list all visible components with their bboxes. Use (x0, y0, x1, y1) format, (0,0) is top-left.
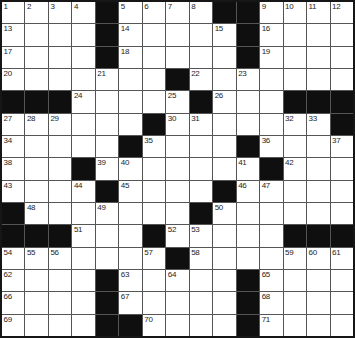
white-cell-r2c15[interactable] (331, 24, 353, 45)
white-cell-r15c15[interactable] (331, 315, 353, 336)
white-cell-r2c12[interactable]: 16 (260, 24, 282, 45)
clue-number-47: 47 (262, 181, 270, 190)
white-cell-r10c6[interactable] (119, 203, 141, 224)
clue-number-53: 53 (191, 225, 199, 234)
clue-number-69: 69 (4, 315, 12, 324)
white-cell-r3c3[interactable] (49, 47, 71, 68)
clue-number-42: 42 (285, 158, 293, 167)
white-cell-r7c10[interactable] (213, 136, 235, 157)
clue-number-55: 55 (27, 248, 35, 257)
white-cell-r11c10[interactable] (213, 225, 235, 246)
clue-number-15: 15 (215, 24, 223, 33)
clue-number-1: 1 (4, 2, 8, 11)
white-cell-r2c10[interactable]: 15 (213, 24, 235, 45)
white-cell-r12c7[interactable]: 57 (143, 248, 165, 269)
black-cell-r15c6 (119, 315, 141, 336)
white-cell-r6c3[interactable]: 29 (49, 114, 71, 135)
clue-number-28: 28 (27, 114, 35, 123)
black-cell-r5c9 (190, 91, 212, 112)
white-cell-r13c14[interactable] (307, 270, 329, 291)
white-cell-r6c4[interactable] (72, 114, 94, 135)
clue-number-14: 14 (121, 24, 129, 33)
white-cell-r8c15[interactable] (331, 158, 353, 179)
clue-number-44: 44 (74, 181, 82, 190)
clue-number-40: 40 (121, 158, 129, 167)
clue-number-35: 35 (144, 136, 152, 145)
white-cell-r12c10[interactable] (213, 248, 235, 269)
clue-number-48: 48 (27, 203, 35, 212)
white-cell-r1c9[interactable]: 8 (190, 2, 212, 23)
white-cell-r12c5[interactable] (96, 248, 118, 269)
black-cell-r1c5 (96, 2, 118, 23)
clue-number-29: 29 (50, 114, 58, 123)
white-cell-r4c13[interactable] (284, 69, 306, 90)
black-cell-r11c7 (143, 225, 165, 246)
white-cell-r1c14[interactable]: 11 (307, 2, 329, 23)
white-cell-r6c1[interactable]: 27 (2, 114, 24, 135)
white-cell-r8c11[interactable]: 41 (237, 158, 259, 179)
white-cell-r9c15[interactable] (331, 181, 353, 202)
clue-number-8: 8 (191, 2, 195, 11)
white-cell-r11c4[interactable]: 51 (72, 225, 94, 246)
white-cell-r5c11[interactable] (237, 91, 259, 112)
white-cell-r12c2[interactable]: 55 (25, 248, 47, 269)
black-cell-r15c5 (96, 315, 118, 336)
white-cell-r13c3[interactable] (49, 270, 71, 291)
black-cell-r1c11 (237, 2, 259, 23)
white-cell-r6c6[interactable] (119, 114, 141, 135)
white-cell-r6c14[interactable]: 33 (307, 114, 329, 135)
white-cell-r6c13[interactable]: 32 (284, 114, 306, 135)
white-cell-r10c13[interactable] (284, 203, 306, 224)
white-cell-r14c3[interactable] (49, 292, 71, 313)
white-cell-r3c12[interactable]: 19 (260, 47, 282, 68)
white-cell-r9c2[interactable] (25, 181, 47, 202)
black-cell-r7c11 (237, 136, 259, 157)
white-cell-r6c12[interactable] (260, 114, 282, 135)
white-cell-r4c15[interactable] (331, 69, 353, 90)
white-cell-r10c4[interactable] (72, 203, 94, 224)
white-cell-r9c3[interactable] (49, 181, 71, 202)
white-cell-r13c13[interactable] (284, 270, 306, 291)
white-cell-r2c1[interactable]: 13 (2, 24, 24, 45)
clue-number-64: 64 (168, 270, 176, 279)
clue-number-24: 24 (74, 91, 82, 100)
black-cell-r15c11 (237, 315, 259, 336)
clue-number-13: 13 (4, 24, 12, 33)
white-cell-r2c3[interactable] (49, 24, 71, 45)
white-cell-r6c2[interactable]: 28 (25, 114, 47, 135)
clue-number-58: 58 (191, 248, 199, 257)
white-cell-r7c5[interactable] (96, 136, 118, 157)
white-cell-r10c14[interactable] (307, 203, 329, 224)
white-cell-r12c15[interactable]: 61 (331, 248, 353, 269)
white-cell-r11c5[interactable] (96, 225, 118, 246)
white-cell-r3c15[interactable] (331, 47, 353, 68)
clue-number-65: 65 (262, 270, 270, 279)
white-cell-r14c6[interactable]: 67 (119, 292, 141, 313)
white-cell-r15c9[interactable] (190, 315, 212, 336)
white-cell-r2c14[interactable] (307, 24, 329, 45)
white-cell-r9c8[interactable] (166, 181, 188, 202)
clue-number-6: 6 (144, 2, 148, 11)
white-cell-r1c12[interactable]: 9 (260, 2, 282, 23)
white-cell-r6c11[interactable] (237, 114, 259, 135)
black-cell-r13c5 (96, 270, 118, 291)
clue-number-50: 50 (215, 203, 223, 212)
white-cell-r9c12[interactable]: 47 (260, 181, 282, 202)
white-cell-r2c4[interactable] (72, 24, 94, 45)
black-cell-r14c5 (96, 292, 118, 313)
white-cell-r9c11[interactable]: 46 (237, 181, 259, 202)
white-cell-r14c4[interactable] (72, 292, 94, 313)
white-cell-r6c8[interactable]: 30 (166, 114, 188, 135)
clue-number-27: 27 (4, 114, 12, 123)
white-cell-r14c10[interactable] (213, 292, 235, 313)
clue-number-9: 9 (262, 2, 266, 11)
clue-number-54: 54 (4, 248, 12, 257)
white-cell-r12c3[interactable]: 56 (49, 248, 71, 269)
white-cell-r6c9[interactable]: 31 (190, 114, 212, 135)
white-cell-r3c9[interactable] (190, 47, 212, 68)
white-cell-r2c13[interactable] (284, 24, 306, 45)
white-cell-r11c12[interactable] (260, 225, 282, 246)
clue-number-11: 11 (309, 2, 317, 11)
white-cell-r3c6[interactable]: 18 (119, 47, 141, 68)
black-cell-r12c8 (166, 248, 188, 269)
white-cell-r13c4[interactable] (72, 270, 94, 291)
clue-number-66: 66 (4, 292, 12, 301)
black-cell-r4c8 (166, 69, 188, 90)
white-cell-r7c2[interactable] (25, 136, 47, 157)
white-cell-r3c10[interactable] (213, 47, 235, 68)
clue-number-71: 71 (262, 315, 270, 324)
clue-number-67: 67 (121, 292, 129, 301)
white-cell-r1c6[interactable]: 5 (119, 2, 141, 23)
white-cell-r2c7[interactable] (143, 24, 165, 45)
black-cell-r11c1 (2, 225, 24, 246)
clue-number-56: 56 (50, 248, 58, 257)
white-cell-r4c11[interactable]: 23 (237, 69, 259, 90)
white-cell-r12c6[interactable] (119, 248, 141, 269)
white-cell-r8c5[interactable]: 39 (96, 158, 118, 179)
white-cell-r5c7[interactable] (143, 91, 165, 112)
clue-number-49: 49 (97, 203, 105, 212)
white-cell-r13c10[interactable] (213, 270, 235, 291)
clue-number-46: 46 (238, 181, 246, 190)
white-cell-r8c13[interactable]: 42 (284, 158, 306, 179)
white-cell-r4c6[interactable] (119, 69, 141, 90)
black-cell-r10c1 (2, 203, 24, 224)
white-cell-r14c13[interactable] (284, 292, 306, 313)
white-cell-r2c8[interactable] (166, 24, 188, 45)
white-cell-r15c1[interactable]: 69 (2, 315, 24, 336)
black-cell-r6c7 (143, 114, 165, 135)
clue-number-70: 70 (144, 315, 152, 324)
clue-number-12: 12 (332, 2, 340, 11)
white-cell-r12c14[interactable]: 60 (307, 248, 329, 269)
clue-number-17: 17 (4, 47, 12, 56)
white-cell-r9c1[interactable]: 43 (2, 181, 24, 202)
black-cell-r1c10 (213, 2, 235, 23)
clue-number-38: 38 (4, 158, 12, 167)
white-cell-r14c14[interactable] (307, 292, 329, 313)
white-cell-r7c4[interactable] (72, 136, 94, 157)
white-cell-r13c15[interactable] (331, 270, 353, 291)
white-cell-r9c6[interactable]: 45 (119, 181, 141, 202)
clue-number-57: 57 (144, 248, 152, 257)
clue-number-41: 41 (238, 158, 246, 167)
white-cell-r4c2[interactable] (25, 69, 47, 90)
white-cell-r7c13[interactable] (284, 136, 306, 157)
white-cell-r8c8[interactable] (166, 158, 188, 179)
white-cell-r13c9[interactable] (190, 270, 212, 291)
clue-number-25: 25 (168, 91, 176, 100)
black-cell-r10c9 (190, 203, 212, 224)
white-cell-r12c1[interactable]: 54 (2, 248, 24, 269)
white-cell-r8c1[interactable]: 38 (2, 158, 24, 179)
clue-number-31: 31 (191, 114, 199, 123)
clue-number-39: 39 (97, 158, 105, 167)
white-cell-r3c1[interactable]: 17 (2, 47, 24, 68)
white-cell-r8c6[interactable]: 40 (119, 158, 141, 179)
white-cell-r5c4[interactable]: 24 (72, 91, 94, 112)
white-cell-r4c9[interactable]: 22 (190, 69, 212, 90)
white-cell-r13c6[interactable]: 63 (119, 270, 141, 291)
white-cell-r8c7[interactable] (143, 158, 165, 179)
white-cell-r8c14[interactable] (307, 158, 329, 179)
white-cell-r10c10[interactable]: 50 (213, 203, 235, 224)
clue-number-18: 18 (121, 47, 129, 56)
white-cell-r3c2[interactable] (25, 47, 47, 68)
white-cell-r14c7[interactable] (143, 292, 165, 313)
clue-number-36: 36 (262, 136, 270, 145)
white-cell-r12c13[interactable]: 59 (284, 248, 306, 269)
white-cell-r11c8[interactable]: 52 (166, 225, 188, 246)
clue-number-59: 59 (285, 248, 293, 257)
clue-number-63: 63 (121, 270, 129, 279)
white-cell-r3c7[interactable] (143, 47, 165, 68)
white-cell-r12c4[interactable] (72, 248, 94, 269)
white-cell-r13c7[interactable] (143, 270, 165, 291)
black-cell-r6c15 (331, 114, 353, 135)
white-cell-r13c1[interactable]: 62 (2, 270, 24, 291)
black-cell-r11c2 (25, 225, 47, 246)
white-cell-r7c14[interactable] (307, 136, 329, 157)
white-cell-r8c9[interactable] (190, 158, 212, 179)
white-cell-r15c2[interactable] (25, 315, 47, 336)
clue-number-2: 2 (27, 2, 31, 11)
black-cell-r5c15 (331, 91, 353, 112)
clue-number-20: 20 (4, 69, 12, 78)
clue-number-10: 10 (285, 2, 293, 11)
white-cell-r1c8[interactable]: 7 (166, 2, 188, 23)
clue-number-45: 45 (121, 181, 129, 190)
white-cell-r14c1[interactable]: 66 (2, 292, 24, 313)
black-cell-r5c3 (49, 91, 71, 112)
white-cell-r1c1[interactable]: 1 (2, 2, 24, 23)
clue-number-30: 30 (168, 114, 176, 123)
clue-number-51: 51 (74, 225, 82, 234)
white-cell-r1c2[interactable]: 2 (25, 2, 47, 23)
white-cell-r12c11[interactable] (237, 248, 259, 269)
black-cell-r5c1 (2, 91, 24, 112)
white-cell-r5c8[interactable]: 25 (166, 91, 188, 112)
white-cell-r4c3[interactable] (49, 69, 71, 90)
clue-number-37: 37 (332, 136, 340, 145)
white-cell-r7c7[interactable]: 35 (143, 136, 165, 157)
white-cell-r13c8[interactable]: 64 (166, 270, 188, 291)
clue-number-60: 60 (309, 248, 317, 257)
white-cell-r6c10[interactable] (213, 114, 235, 135)
white-cell-r2c9[interactable] (190, 24, 212, 45)
white-cell-r2c2[interactable] (25, 24, 47, 45)
white-cell-r15c12[interactable]: 71 (260, 315, 282, 336)
clue-number-22: 22 (191, 69, 199, 78)
white-cell-r7c8[interactable] (166, 136, 188, 157)
clue-number-68: 68 (262, 292, 270, 301)
black-cell-r9c10 (213, 181, 235, 202)
white-cell-r5c5[interactable] (96, 91, 118, 112)
black-cell-r11c15 (331, 225, 353, 246)
clue-number-62: 62 (4, 270, 12, 279)
black-cell-r8c12 (260, 158, 282, 179)
black-cell-r3c11 (237, 47, 259, 68)
white-cell-r12c9[interactable]: 58 (190, 248, 212, 269)
white-cell-r13c12[interactable]: 65 (260, 270, 282, 291)
black-cell-r5c2 (25, 91, 47, 112)
black-cell-r9c5 (96, 181, 118, 202)
black-cell-r5c13 (284, 91, 306, 112)
clue-number-21: 21 (97, 69, 105, 78)
clue-number-19: 19 (262, 47, 270, 56)
white-cell-r7c3[interactable] (49, 136, 71, 157)
white-cell-r14c15[interactable] (331, 292, 353, 313)
white-cell-r9c4[interactable]: 44 (72, 181, 94, 202)
clue-number-23: 23 (238, 69, 246, 78)
white-cell-r14c8[interactable] (166, 292, 188, 313)
white-cell-r7c15[interactable]: 37 (331, 136, 353, 157)
black-cell-r11c13 (284, 225, 306, 246)
white-cell-r4c1[interactable]: 20 (2, 69, 24, 90)
black-cell-r2c5 (96, 24, 118, 45)
white-cell-r11c9[interactable]: 53 (190, 225, 212, 246)
crossword-grid: 1234567891011121314151617181920212223242… (0, 0, 355, 338)
black-cell-r13c11 (237, 270, 259, 291)
white-cell-r9c9[interactable] (190, 181, 212, 202)
white-cell-r3c14[interactable] (307, 47, 329, 68)
white-cell-r1c4[interactable]: 4 (72, 2, 94, 23)
white-cell-r15c3[interactable] (49, 315, 71, 336)
white-cell-r9c13[interactable] (284, 181, 306, 202)
white-cell-r9c14[interactable] (307, 181, 329, 202)
white-cell-r7c9[interactable] (190, 136, 212, 157)
black-cell-r5c14 (307, 91, 329, 112)
white-cell-r15c4[interactable] (72, 315, 94, 336)
white-cell-r5c12[interactable] (260, 91, 282, 112)
white-cell-r15c7[interactable]: 70 (143, 315, 165, 336)
white-cell-r11c6[interactable] (119, 225, 141, 246)
white-cell-r12c12[interactable] (260, 248, 282, 269)
white-cell-r7c1[interactable]: 34 (2, 136, 24, 157)
white-cell-r10c11[interactable] (237, 203, 259, 224)
white-cell-r3c13[interactable] (284, 47, 306, 68)
clue-number-61: 61 (332, 248, 340, 257)
white-cell-r7c12[interactable]: 36 (260, 136, 282, 157)
white-cell-r14c9[interactable] (190, 292, 212, 313)
white-cell-r15c13[interactable] (284, 315, 306, 336)
white-cell-r1c15[interactable]: 12 (331, 2, 353, 23)
white-cell-r11c11[interactable] (237, 225, 259, 246)
white-cell-r4c7[interactable] (143, 69, 165, 90)
clue-number-32: 32 (285, 114, 293, 123)
white-cell-r4c10[interactable] (213, 69, 235, 90)
clue-number-4: 4 (74, 2, 78, 11)
white-cell-r5c10[interactable]: 26 (213, 91, 235, 112)
white-cell-r5c6[interactable] (119, 91, 141, 112)
white-cell-r8c3[interactable] (49, 158, 71, 179)
white-cell-r4c14[interactable] (307, 69, 329, 90)
white-cell-r10c3[interactable] (49, 203, 71, 224)
white-cell-r14c12[interactable]: 68 (260, 292, 282, 313)
white-cell-r10c8[interactable] (166, 203, 188, 224)
clue-number-3: 3 (50, 2, 54, 11)
clue-number-7: 7 (168, 2, 172, 11)
white-cell-r1c13[interactable]: 10 (284, 2, 306, 23)
clue-number-52: 52 (168, 225, 176, 234)
clue-number-5: 5 (121, 2, 125, 11)
white-cell-r10c15[interactable] (331, 203, 353, 224)
clue-number-34: 34 (4, 136, 12, 145)
white-cell-r15c10[interactable] (213, 315, 235, 336)
white-cell-r1c3[interactable]: 3 (49, 2, 71, 23)
black-cell-r3c5 (96, 47, 118, 68)
white-cell-r15c14[interactable] (307, 315, 329, 336)
white-cell-r10c2[interactable]: 48 (25, 203, 47, 224)
white-cell-r8c2[interactable] (25, 158, 47, 179)
white-cell-r13c2[interactable] (25, 270, 47, 291)
black-cell-r11c3 (49, 225, 71, 246)
white-cell-r4c12[interactable] (260, 69, 282, 90)
black-cell-r8c4 (72, 158, 94, 179)
white-cell-r6c5[interactable] (96, 114, 118, 135)
white-cell-r2c6[interactable]: 14 (119, 24, 141, 45)
white-cell-r8c10[interactable] (213, 158, 235, 179)
white-cell-r10c7[interactable] (143, 203, 165, 224)
white-cell-r14c2[interactable] (25, 292, 47, 313)
black-cell-r14c11 (237, 292, 259, 313)
white-cell-r3c8[interactable] (166, 47, 188, 68)
white-cell-r10c5[interactable]: 49 (96, 203, 118, 224)
black-cell-r2c11 (237, 24, 259, 45)
clue-number-16: 16 (262, 24, 270, 33)
clue-number-43: 43 (4, 181, 12, 190)
white-cell-r3c4[interactable] (72, 47, 94, 68)
white-cell-r10c12[interactable] (260, 203, 282, 224)
white-cell-r4c4[interactable] (72, 69, 94, 90)
white-cell-r1c7[interactable]: 6 (143, 2, 165, 23)
black-cell-r11c14 (307, 225, 329, 246)
clue-number-33: 33 (309, 114, 317, 123)
white-cell-r15c8[interactable] (166, 315, 188, 336)
white-cell-r4c5[interactable]: 21 (96, 69, 118, 90)
black-cell-r7c6 (119, 136, 141, 157)
white-cell-r9c7[interactable] (143, 181, 165, 202)
clue-number-26: 26 (215, 91, 223, 100)
